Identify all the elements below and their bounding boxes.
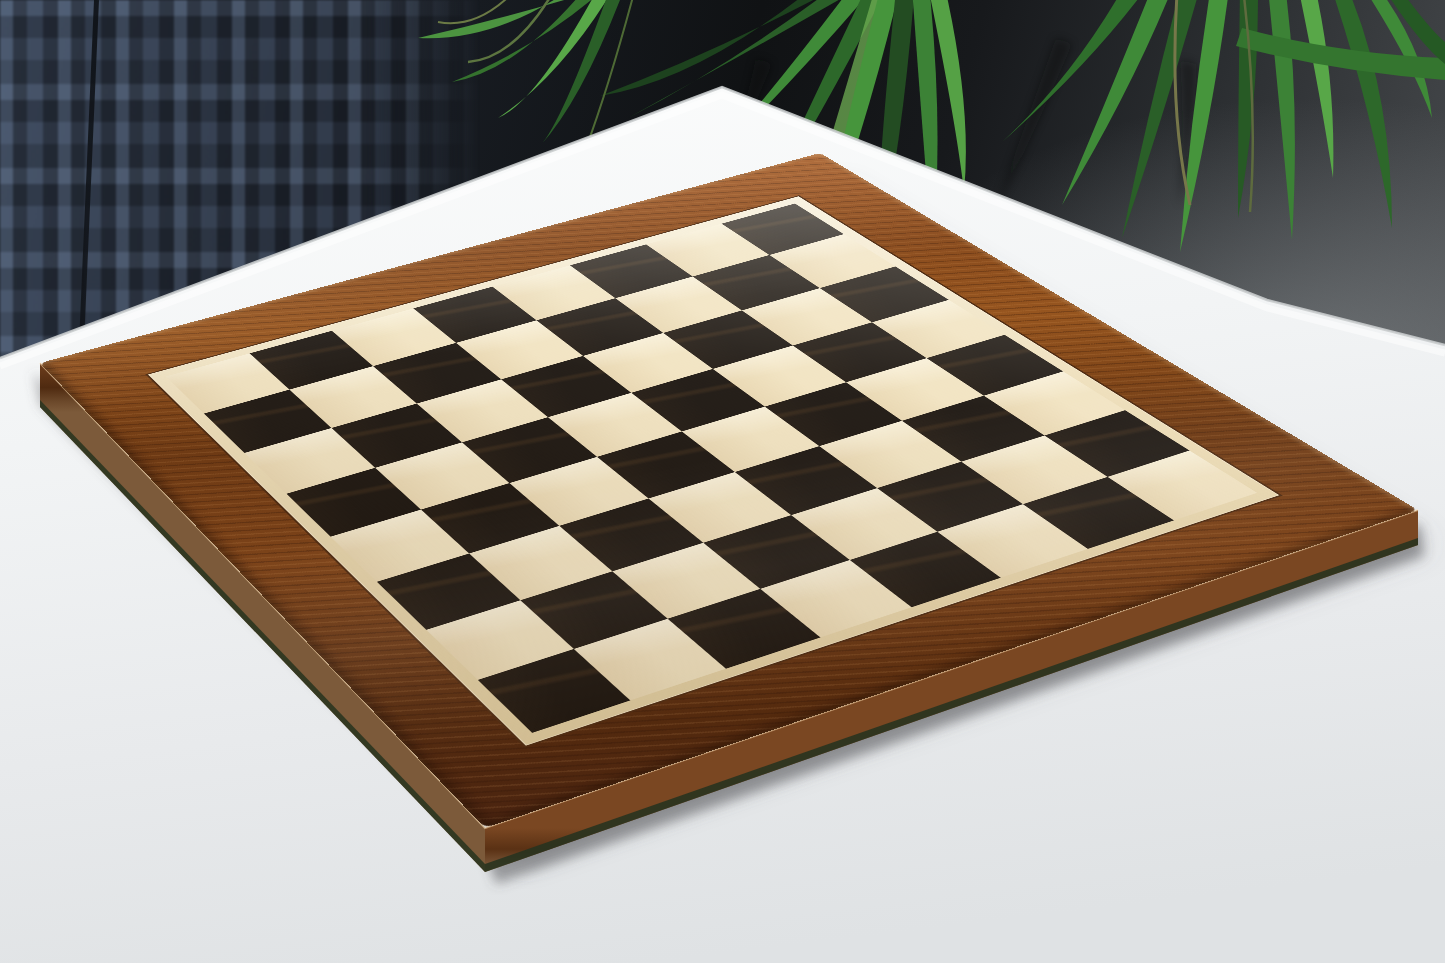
product-photo-scene	[0, 0, 1445, 963]
